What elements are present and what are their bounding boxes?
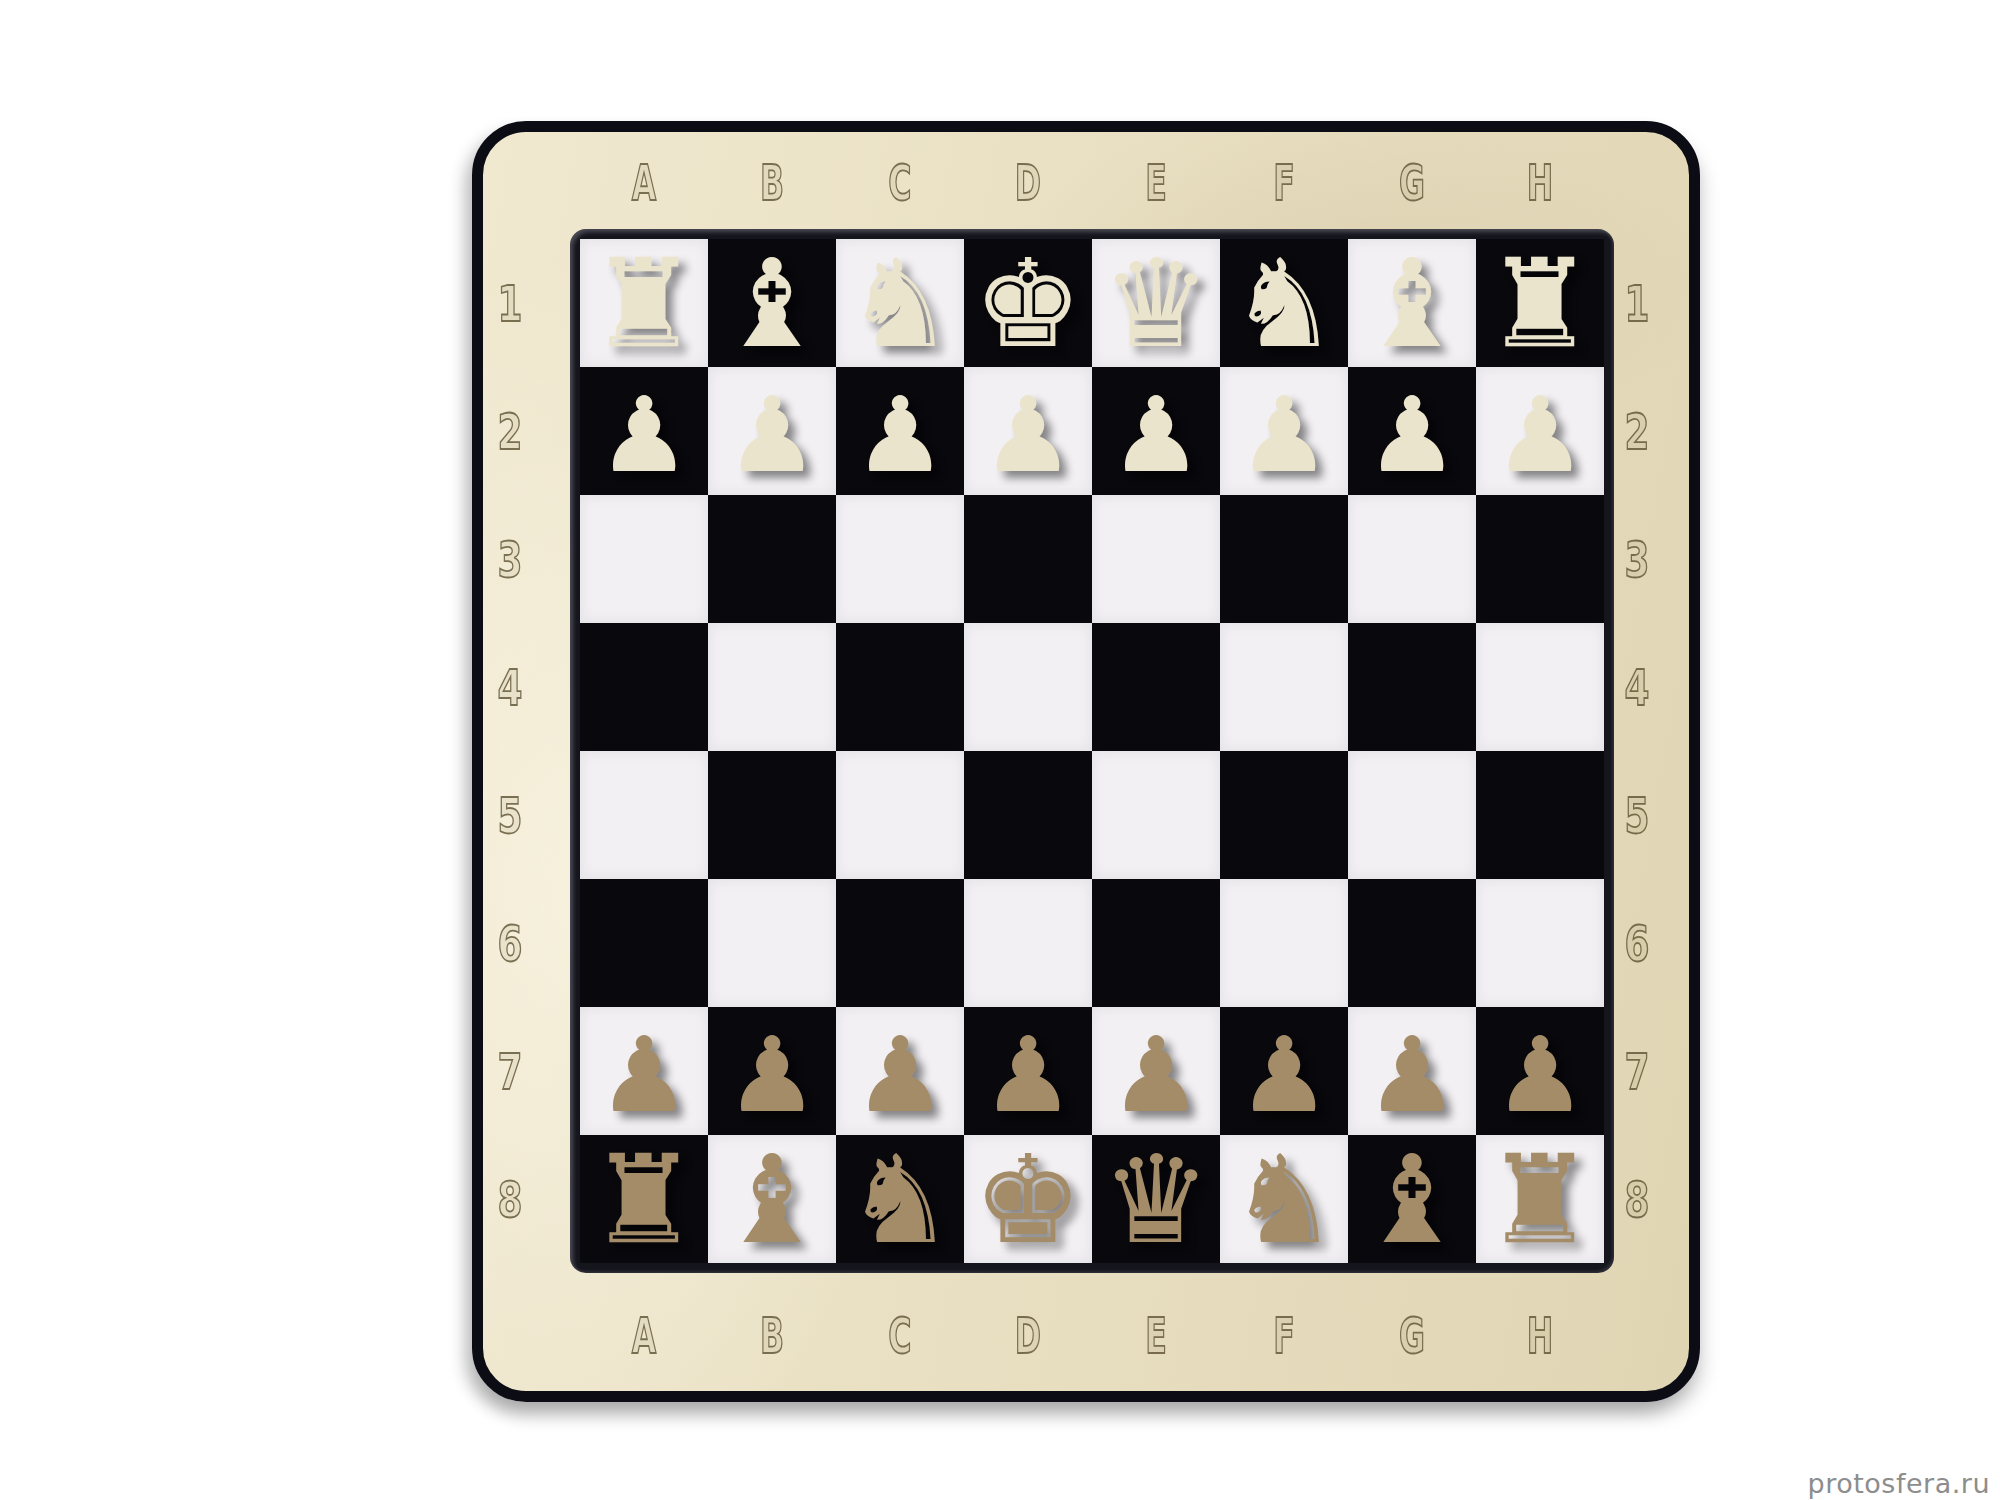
piece-tan-pawn-e7[interactable]: ♟ — [1109, 1023, 1202, 1127]
square-f8[interactable]: ♞ — [1220, 1135, 1348, 1263]
rank-label-left-7: 7 — [489, 1001, 531, 1142]
square-d5[interactable] — [964, 751, 1092, 879]
rank-label-left-2: 2 — [489, 361, 531, 502]
square-b3[interactable] — [708, 495, 836, 623]
square-c4[interactable] — [836, 623, 964, 751]
square-e4[interactable] — [1092, 623, 1220, 751]
piece-cream-bishop-g1[interactable]: ♝ — [1357, 243, 1466, 365]
square-f7[interactable]: ♟ — [1220, 1007, 1348, 1135]
piece-tan-knight-c8[interactable]: ♞ — [845, 1139, 954, 1261]
piece-cream-pawn-h2[interactable]: ♟ — [1493, 383, 1586, 487]
piece-tan-bishop-g8[interactable]: ♝ — [1357, 1139, 1466, 1261]
rank-label-left-3: 3 — [489, 489, 531, 630]
piece-tan-bishop-b8[interactable]: ♝ — [717, 1139, 826, 1261]
piece-tan-pawn-h7[interactable]: ♟ — [1493, 1023, 1586, 1127]
square-d3[interactable] — [964, 495, 1092, 623]
piece-tan-rook-h8[interactable]: ♜ — [1485, 1139, 1594, 1261]
file-label-bottom-d: D — [982, 1306, 1074, 1364]
file-label-top-a: A — [598, 153, 690, 211]
file-label-top-g: G — [1366, 153, 1458, 211]
watermark: protosfera.ru — [1808, 1468, 1990, 1499]
piece-cream-pawn-d2[interactable]: ♟ — [981, 383, 1074, 487]
square-d4[interactable] — [964, 623, 1092, 751]
square-c1[interactable]: ♞ — [836, 239, 964, 367]
file-label-bottom-f: F — [1238, 1306, 1330, 1364]
square-g4[interactable] — [1348, 623, 1476, 751]
file-label-top-b: B — [726, 153, 818, 211]
file-label-bottom-c: C — [854, 1306, 946, 1364]
file-label-top-h: H — [1494, 153, 1586, 211]
square-a6[interactable] — [580, 879, 708, 1007]
file-label-bottom-a: A — [598, 1306, 690, 1364]
square-h5[interactable] — [1476, 751, 1604, 879]
piece-tan-queen-e8[interactable]: ♛ — [1101, 1139, 1210, 1261]
piece-tan-king-d8[interactable]: ♚ — [973, 1139, 1082, 1261]
square-b8[interactable]: ♝ — [708, 1135, 836, 1263]
rank-label-right-4: 4 — [1616, 617, 1658, 758]
square-d2[interactable]: ♟ — [964, 367, 1092, 495]
square-e8[interactable]: ♛ — [1092, 1135, 1220, 1263]
board-frame: ABCDEFGH ABCDEFGH 12345678 12345678 ♜♝♞♚… — [472, 121, 1700, 1402]
square-g8[interactable]: ♝ — [1348, 1135, 1476, 1263]
piece-tan-pawn-c7[interactable]: ♟ — [853, 1023, 946, 1127]
file-label-bottom-g: G — [1366, 1306, 1458, 1364]
piece-tan-pawn-f7[interactable]: ♟ — [1237, 1023, 1330, 1127]
square-f1[interactable]: ♞ — [1220, 239, 1348, 367]
piece-tan-rook-a8[interactable]: ♜ — [589, 1139, 698, 1261]
rank-labels-left: 12345678 — [483, 239, 537, 1263]
piece-cream-pawn-b2[interactable]: ♟ — [725, 383, 818, 487]
chess-board-grid: ♜♝♞♚♛♞♝♜♟♟♟♟♟♟♟♟♟♟♟♟♟♟♟♟♜♝♞♚♛♞♝♜ — [580, 239, 1604, 1263]
square-a5[interactable] — [580, 751, 708, 879]
rank-label-left-4: 4 — [489, 617, 531, 758]
file-label-top-c: C — [854, 153, 946, 211]
file-labels-bottom: ABCDEFGH — [580, 1309, 1604, 1361]
square-e5[interactable] — [1092, 751, 1220, 879]
square-e7[interactable]: ♟ — [1092, 1007, 1220, 1135]
file-label-bottom-h: H — [1494, 1306, 1586, 1364]
square-a2[interactable]: ♟ — [580, 367, 708, 495]
rank-label-left-6: 6 — [489, 873, 531, 1014]
square-a3[interactable] — [580, 495, 708, 623]
square-c2[interactable]: ♟ — [836, 367, 964, 495]
square-g5[interactable] — [1348, 751, 1476, 879]
square-g1[interactable]: ♝ — [1348, 239, 1476, 367]
rank-label-right-3: 3 — [1616, 489, 1658, 630]
piece-tan-pawn-b7[interactable]: ♟ — [725, 1023, 818, 1127]
square-f3[interactable] — [1220, 495, 1348, 623]
square-e1[interactable]: ♛ — [1092, 239, 1220, 367]
rank-label-right-5: 5 — [1616, 745, 1658, 886]
piece-cream-knight-c1[interactable]: ♞ — [845, 243, 954, 365]
piece-cream-bishop-b1[interactable]: ♝ — [717, 243, 826, 365]
chessboard-photo: ABCDEFGH ABCDEFGH 12345678 12345678 ♜♝♞♚… — [0, 0, 2000, 1500]
piece-cream-pawn-c2[interactable]: ♟ — [853, 383, 946, 487]
rank-label-right-2: 2 — [1616, 361, 1658, 502]
square-h7[interactable]: ♟ — [1476, 1007, 1604, 1135]
square-h6[interactable] — [1476, 879, 1604, 1007]
piece-cream-queen-e1[interactable]: ♛ — [1101, 243, 1210, 365]
square-f4[interactable] — [1220, 623, 1348, 751]
square-a7[interactable]: ♟ — [580, 1007, 708, 1135]
rank-labels-right: 12345678 — [1610, 239, 1664, 1263]
piece-cream-pawn-g2[interactable]: ♟ — [1365, 383, 1458, 487]
file-label-top-e: E — [1110, 153, 1202, 211]
square-c3[interactable] — [836, 495, 964, 623]
file-labels-top: ABCDEFGH — [580, 156, 1604, 208]
piece-tan-knight-f8[interactable]: ♞ — [1229, 1139, 1338, 1261]
square-f2[interactable]: ♟ — [1220, 367, 1348, 495]
rank-label-right-6: 6 — [1616, 873, 1658, 1014]
square-b1[interactable]: ♝ — [708, 239, 836, 367]
file-label-top-f: F — [1238, 153, 1330, 211]
square-f6[interactable] — [1220, 879, 1348, 1007]
rank-label-left-8: 8 — [489, 1129, 531, 1270]
rank-label-right-1: 1 — [1616, 233, 1658, 374]
piece-cream-pawn-f2[interactable]: ♟ — [1237, 383, 1330, 487]
square-h8[interactable]: ♜ — [1476, 1135, 1604, 1263]
square-b5[interactable] — [708, 751, 836, 879]
square-a4[interactable] — [580, 623, 708, 751]
file-label-bottom-b: B — [726, 1306, 818, 1364]
piece-tan-pawn-a7[interactable]: ♟ — [597, 1023, 690, 1127]
square-g2[interactable]: ♟ — [1348, 367, 1476, 495]
rank-label-left-5: 5 — [489, 745, 531, 886]
square-g6[interactable] — [1348, 879, 1476, 1007]
piece-cream-knight-f1[interactable]: ♞ — [1229, 243, 1338, 365]
file-label-bottom-e: E — [1110, 1306, 1202, 1364]
square-h4[interactable] — [1476, 623, 1604, 751]
square-g7[interactable]: ♟ — [1348, 1007, 1476, 1135]
piece-tan-pawn-d7[interactable]: ♟ — [981, 1023, 1074, 1127]
piece-cream-pawn-a2[interactable]: ♟ — [597, 383, 690, 487]
piece-cream-king-d1[interactable]: ♚ — [973, 243, 1082, 365]
square-e6[interactable] — [1092, 879, 1220, 1007]
square-c7[interactable]: ♟ — [836, 1007, 964, 1135]
rank-label-left-1: 1 — [489, 233, 531, 374]
square-d7[interactable]: ♟ — [964, 1007, 1092, 1135]
square-c6[interactable] — [836, 879, 964, 1007]
board-inner-panel: ♜♝♞♚♛♞♝♜♟♟♟♟♟♟♟♟♟♟♟♟♟♟♟♟♜♝♞♚♛♞♝♜ — [570, 229, 1614, 1273]
piece-cream-rook-a1[interactable]: ♜ — [589, 243, 698, 365]
square-h1[interactable]: ♜ — [1476, 239, 1604, 367]
square-c5[interactable] — [836, 751, 964, 879]
square-b7[interactable]: ♟ — [708, 1007, 836, 1135]
square-d6[interactable] — [964, 879, 1092, 1007]
square-a8[interactable]: ♜ — [580, 1135, 708, 1263]
square-b4[interactable] — [708, 623, 836, 751]
file-label-top-d: D — [982, 153, 1074, 211]
rank-label-right-7: 7 — [1616, 1001, 1658, 1142]
square-f5[interactable] — [1220, 751, 1348, 879]
square-d1[interactable]: ♚ — [964, 239, 1092, 367]
rank-label-right-8: 8 — [1616, 1129, 1658, 1270]
piece-tan-pawn-g7[interactable]: ♟ — [1365, 1023, 1458, 1127]
square-d8[interactable]: ♚ — [964, 1135, 1092, 1263]
square-b2[interactable]: ♟ — [708, 367, 836, 495]
piece-cream-pawn-e2[interactable]: ♟ — [1109, 383, 1202, 487]
square-h2[interactable]: ♟ — [1476, 367, 1604, 495]
square-e2[interactable]: ♟ — [1092, 367, 1220, 495]
square-g3[interactable] — [1348, 495, 1476, 623]
square-h3[interactable] — [1476, 495, 1604, 623]
piece-cream-rook-h1[interactable]: ♜ — [1485, 243, 1594, 365]
square-b6[interactable] — [708, 879, 836, 1007]
square-a1[interactable]: ♜ — [580, 239, 708, 367]
square-c8[interactable]: ♞ — [836, 1135, 964, 1263]
square-e3[interactable] — [1092, 495, 1220, 623]
